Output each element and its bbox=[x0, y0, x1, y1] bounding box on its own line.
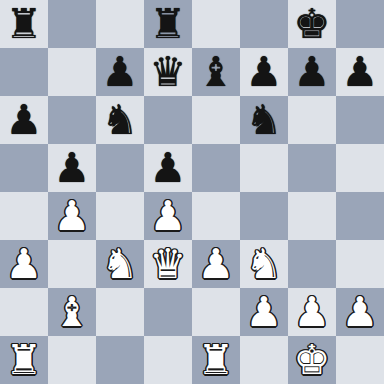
piece-black-pawn[interactable]: ♟ bbox=[294, 48, 331, 96]
piece-black-pawn[interactable]: ♟ bbox=[102, 48, 139, 96]
piece-white-king[interactable]: ♚ bbox=[294, 336, 331, 384]
square-a8[interactable]: ♜ bbox=[0, 0, 48, 48]
square-e5[interactable] bbox=[192, 144, 240, 192]
square-a1[interactable]: ♜ bbox=[0, 336, 48, 384]
piece-white-pawn[interactable]: ♟ bbox=[294, 288, 331, 336]
square-a3[interactable]: ♟ bbox=[0, 240, 48, 288]
piece-white-bishop[interactable]: ♝ bbox=[54, 288, 91, 336]
square-g2[interactable]: ♟ bbox=[288, 288, 336, 336]
square-g6[interactable] bbox=[288, 96, 336, 144]
square-c5[interactable] bbox=[96, 144, 144, 192]
square-d4[interactable]: ♟ bbox=[144, 192, 192, 240]
piece-white-pawn[interactable]: ♟ bbox=[54, 192, 91, 240]
square-e3[interactable]: ♟ bbox=[192, 240, 240, 288]
square-b6[interactable] bbox=[48, 96, 96, 144]
piece-white-pawn[interactable]: ♟ bbox=[150, 192, 187, 240]
piece-black-bishop[interactable]: ♝ bbox=[198, 48, 235, 96]
square-g3[interactable] bbox=[288, 240, 336, 288]
square-b5[interactable]: ♟ bbox=[48, 144, 96, 192]
piece-black-pawn[interactable]: ♟ bbox=[6, 96, 43, 144]
square-b2[interactable]: ♝ bbox=[48, 288, 96, 336]
square-h6[interactable] bbox=[336, 96, 384, 144]
square-e2[interactable] bbox=[192, 288, 240, 336]
square-g5[interactable] bbox=[288, 144, 336, 192]
square-c2[interactable] bbox=[96, 288, 144, 336]
square-g8[interactable]: ♚ bbox=[288, 0, 336, 48]
square-e4[interactable] bbox=[192, 192, 240, 240]
square-h7[interactable]: ♟ bbox=[336, 48, 384, 96]
square-h4[interactable] bbox=[336, 192, 384, 240]
square-e1[interactable]: ♜ bbox=[192, 336, 240, 384]
square-f2[interactable]: ♟ bbox=[240, 288, 288, 336]
square-c1[interactable] bbox=[96, 336, 144, 384]
square-g7[interactable]: ♟ bbox=[288, 48, 336, 96]
square-c3[interactable]: ♞ bbox=[96, 240, 144, 288]
square-h1[interactable] bbox=[336, 336, 384, 384]
piece-black-knight[interactable]: ♞ bbox=[246, 96, 283, 144]
piece-white-queen[interactable]: ♛ bbox=[150, 240, 187, 288]
square-d8[interactable]: ♜ bbox=[144, 0, 192, 48]
square-h5[interactable] bbox=[336, 144, 384, 192]
square-g1[interactable]: ♚ bbox=[288, 336, 336, 384]
piece-white-rook[interactable]: ♜ bbox=[6, 336, 43, 384]
piece-white-pawn[interactable]: ♟ bbox=[342, 288, 379, 336]
square-d5[interactable]: ♟ bbox=[144, 144, 192, 192]
square-e7[interactable]: ♝ bbox=[192, 48, 240, 96]
square-h8[interactable] bbox=[336, 0, 384, 48]
piece-black-pawn[interactable]: ♟ bbox=[150, 144, 187, 192]
square-f1[interactable] bbox=[240, 336, 288, 384]
piece-white-pawn[interactable]: ♟ bbox=[246, 288, 283, 336]
square-a4[interactable] bbox=[0, 192, 48, 240]
piece-white-rook[interactable]: ♜ bbox=[198, 336, 235, 384]
square-b1[interactable] bbox=[48, 336, 96, 384]
piece-white-knight[interactable]: ♞ bbox=[102, 240, 139, 288]
square-f6[interactable]: ♞ bbox=[240, 96, 288, 144]
square-g4[interactable] bbox=[288, 192, 336, 240]
piece-black-pawn[interactable]: ♟ bbox=[54, 144, 91, 192]
square-b3[interactable] bbox=[48, 240, 96, 288]
piece-white-pawn[interactable]: ♟ bbox=[6, 240, 43, 288]
square-a2[interactable] bbox=[0, 288, 48, 336]
piece-black-king[interactable]: ♚ bbox=[294, 0, 331, 48]
square-h2[interactable]: ♟ bbox=[336, 288, 384, 336]
square-f3[interactable]: ♞ bbox=[240, 240, 288, 288]
square-d1[interactable] bbox=[144, 336, 192, 384]
square-h3[interactable] bbox=[336, 240, 384, 288]
piece-black-queen[interactable]: ♛ bbox=[150, 48, 187, 96]
square-c4[interactable] bbox=[96, 192, 144, 240]
square-f5[interactable] bbox=[240, 144, 288, 192]
square-b8[interactable] bbox=[48, 0, 96, 48]
piece-black-rook[interactable]: ♜ bbox=[6, 0, 43, 48]
square-f7[interactable]: ♟ bbox=[240, 48, 288, 96]
square-a6[interactable]: ♟ bbox=[0, 96, 48, 144]
square-e6[interactable] bbox=[192, 96, 240, 144]
square-b7[interactable] bbox=[48, 48, 96, 96]
square-b4[interactable]: ♟ bbox=[48, 192, 96, 240]
square-e8[interactable] bbox=[192, 0, 240, 48]
square-d2[interactable] bbox=[144, 288, 192, 336]
square-c8[interactable] bbox=[96, 0, 144, 48]
piece-white-knight[interactable]: ♞ bbox=[246, 240, 283, 288]
piece-black-pawn[interactable]: ♟ bbox=[246, 48, 283, 96]
square-a7[interactable] bbox=[0, 48, 48, 96]
square-f8[interactable] bbox=[240, 0, 288, 48]
piece-black-pawn[interactable]: ♟ bbox=[342, 48, 379, 96]
square-d3[interactable]: ♛ bbox=[144, 240, 192, 288]
square-c7[interactable]: ♟ bbox=[96, 48, 144, 96]
piece-white-pawn[interactable]: ♟ bbox=[198, 240, 235, 288]
square-a5[interactable] bbox=[0, 144, 48, 192]
piece-black-rook[interactable]: ♜ bbox=[150, 0, 187, 48]
piece-black-knight[interactable]: ♞ bbox=[102, 96, 139, 144]
square-d7[interactable]: ♛ bbox=[144, 48, 192, 96]
square-c6[interactable]: ♞ bbox=[96, 96, 144, 144]
chess-board: ♜♜♚♟♛♝♟♟♟♟♞♞♟♟♟♟♟♞♛♟♞♝♟♟♟♜♜♚ bbox=[0, 0, 384, 384]
square-d6[interactable] bbox=[144, 96, 192, 144]
square-f4[interactable] bbox=[240, 192, 288, 240]
